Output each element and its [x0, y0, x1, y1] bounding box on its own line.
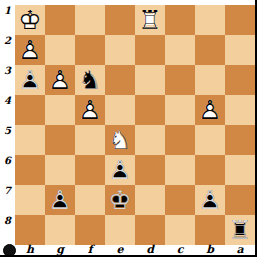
- square-b3[interactable]: [195, 65, 225, 95]
- piece-glyph-outline: ♔: [105, 185, 135, 215]
- white-pawn-f4[interactable]: ♟♙: [75, 95, 105, 125]
- square-h5[interactable]: [15, 125, 45, 155]
- square-a1[interactable]: [225, 5, 255, 35]
- square-d3[interactable]: [135, 65, 165, 95]
- file-label-a: a: [225, 244, 255, 255]
- square-e3[interactable]: [105, 65, 135, 95]
- square-a6[interactable]: [225, 155, 255, 185]
- file-labels: hgfedcba: [15, 244, 255, 255]
- piece-glyph-outline: ♘: [105, 125, 135, 155]
- piece-glyph-outline: ♖: [135, 5, 165, 35]
- black-pawn-h3[interactable]: ♟♙: [15, 65, 45, 95]
- square-h4[interactable]: [15, 95, 45, 125]
- rank-label-2: 2: [0, 35, 15, 65]
- square-b5[interactable]: [195, 125, 225, 155]
- piece-glyph-outline: ♙: [195, 185, 225, 215]
- white-king-h1[interactable]: ♚♔: [15, 5, 45, 35]
- square-h1[interactable]: ♚♔: [15, 5, 45, 35]
- square-b8[interactable]: [195, 215, 225, 245]
- chess-diagram: 12345678 ♚♔♜♖♟♙♟♙♟♙♞♘♟♙♟♙♞♘♟♙♟♙♚♔♟♙♜♖ hg…: [0, 0, 257, 257]
- rank-label-1: 1: [0, 5, 15, 35]
- square-g6[interactable]: [45, 155, 75, 185]
- square-b1[interactable]: [195, 5, 225, 35]
- square-d7[interactable]: [135, 185, 165, 215]
- square-h2[interactable]: ♟♙: [15, 35, 45, 65]
- square-e6[interactable]: ♟♙: [105, 155, 135, 185]
- piece-glyph-outline: ♔: [15, 5, 45, 35]
- square-f1[interactable]: [75, 5, 105, 35]
- file-label-f: f: [75, 244, 105, 255]
- square-d8[interactable]: [135, 215, 165, 245]
- square-g8[interactable]: [45, 215, 75, 245]
- black-pawn-g7[interactable]: ♟♙: [45, 185, 75, 215]
- square-h3[interactable]: ♟♙: [15, 65, 45, 95]
- piece-glyph-outline: ♘: [75, 65, 105, 95]
- black-rook-a8[interactable]: ♜♖: [225, 215, 255, 245]
- square-e2[interactable]: [105, 35, 135, 65]
- piece-glyph-outline: ♙: [15, 35, 45, 65]
- square-g2[interactable]: [45, 35, 75, 65]
- square-d6[interactable]: [135, 155, 165, 185]
- file-label-b: b: [195, 244, 225, 255]
- file-label-c: c: [165, 244, 195, 255]
- square-c7[interactable]: [165, 185, 195, 215]
- piece-glyph-outline: ♙: [75, 95, 105, 125]
- square-f2[interactable]: [75, 35, 105, 65]
- square-f8[interactable]: [75, 215, 105, 245]
- black-king-e7[interactable]: ♚♔: [105, 185, 135, 215]
- square-g4[interactable]: [45, 95, 75, 125]
- square-a3[interactable]: [225, 65, 255, 95]
- square-g3[interactable]: ♟♙: [45, 65, 75, 95]
- black-to-move-indicator: [3, 244, 16, 257]
- square-a4[interactable]: [225, 95, 255, 125]
- square-a8[interactable]: ♜♖: [225, 215, 255, 245]
- square-e8[interactable]: [105, 215, 135, 245]
- white-pawn-b4[interactable]: ♟♙: [195, 95, 225, 125]
- square-d4[interactable]: [135, 95, 165, 125]
- square-c4[interactable]: [165, 95, 195, 125]
- square-a7[interactable]: [225, 185, 255, 215]
- rank-label-4: 4: [0, 95, 15, 125]
- file-label-d: d: [135, 244, 165, 255]
- square-e4[interactable]: [105, 95, 135, 125]
- white-pawn-h2[interactable]: ♟♙: [15, 35, 45, 65]
- square-e7[interactable]: ♚♔: [105, 185, 135, 215]
- piece-glyph-outline: ♙: [15, 65, 45, 95]
- piece-glyph-outline: ♙: [105, 155, 135, 185]
- file-label-e: e: [105, 244, 135, 255]
- square-c5[interactable]: [165, 125, 195, 155]
- square-b2[interactable]: [195, 35, 225, 65]
- square-g1[interactable]: [45, 5, 75, 35]
- rank-label-7: 7: [0, 185, 15, 215]
- square-f7[interactable]: [75, 185, 105, 215]
- rank-label-3: 3: [0, 65, 15, 95]
- file-label-g: g: [45, 244, 75, 255]
- square-f5[interactable]: [75, 125, 105, 155]
- square-f6[interactable]: [75, 155, 105, 185]
- square-d5[interactable]: [135, 125, 165, 155]
- chess-board[interactable]: ♚♔♜♖♟♙♟♙♟♙♞♘♟♙♟♙♞♘♟♙♟♙♚♔♟♙♜♖: [15, 5, 255, 245]
- rank-label-8: 8: [0, 215, 15, 245]
- square-f3[interactable]: ♞♘: [75, 65, 105, 95]
- piece-glyph-outline: ♙: [195, 95, 225, 125]
- square-h6[interactable]: [15, 155, 45, 185]
- rank-label-5: 5: [0, 125, 15, 155]
- square-c2[interactable]: [165, 35, 195, 65]
- square-h8[interactable]: [15, 215, 45, 245]
- square-d2[interactable]: [135, 35, 165, 65]
- square-c3[interactable]: [165, 65, 195, 95]
- rank-labels: 12345678: [0, 5, 15, 245]
- square-e1[interactable]: [105, 5, 135, 35]
- square-c8[interactable]: [165, 215, 195, 245]
- square-g5[interactable]: [45, 125, 75, 155]
- square-d1[interactable]: ♜♖: [135, 5, 165, 35]
- piece-glyph-outline: ♙: [45, 65, 75, 95]
- white-pawn-g3[interactable]: ♟♙: [45, 65, 75, 95]
- piece-glyph-outline: ♖: [225, 215, 255, 245]
- white-knight-e5[interactable]: ♞♘: [105, 125, 135, 155]
- square-b6[interactable]: [195, 155, 225, 185]
- square-g7[interactable]: ♟♙: [45, 185, 75, 215]
- black-knight-f3[interactable]: ♞♘: [75, 65, 105, 95]
- square-b7[interactable]: ♟♙: [195, 185, 225, 215]
- square-e5[interactable]: ♞♘: [105, 125, 135, 155]
- square-a2[interactable]: [225, 35, 255, 65]
- square-c6[interactable]: [165, 155, 195, 185]
- square-h7[interactable]: [15, 185, 45, 215]
- white-rook-d1[interactable]: ♜♖: [135, 5, 165, 35]
- square-a5[interactable]: [225, 125, 255, 155]
- file-label-h: h: [15, 244, 45, 255]
- piece-glyph-outline: ♙: [45, 185, 75, 215]
- square-c1[interactable]: [165, 5, 195, 35]
- square-b4[interactable]: ♟♙: [195, 95, 225, 125]
- square-f4[interactable]: ♟♙: [75, 95, 105, 125]
- black-pawn-e6[interactable]: ♟♙: [105, 155, 135, 185]
- rank-label-6: 6: [0, 155, 15, 185]
- black-pawn-b7[interactable]: ♟♙: [195, 185, 225, 215]
